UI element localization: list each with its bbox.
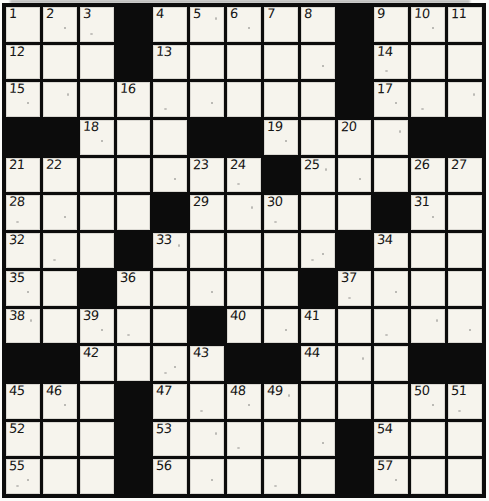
- cell-r3c6[interactable]: [190, 82, 224, 117]
- clue-number: 22: [45, 158, 62, 173]
- cell-r6c12[interactable]: 31: [411, 195, 445, 230]
- cell-r1c6[interactable]: 5: [190, 7, 224, 42]
- cell-r11c9[interactable]: [301, 384, 335, 419]
- cell-r13c4-block: [117, 459, 151, 494]
- cell-r11c11[interactable]: [374, 384, 408, 419]
- clue-number: 2: [45, 7, 54, 22]
- cell-r6c5-block: [153, 195, 187, 230]
- cell-r6c6[interactable]: 29: [190, 195, 224, 230]
- clue-number: 26: [414, 158, 430, 173]
- cell-r7c9[interactable]: [301, 233, 335, 268]
- cell-r11c6[interactable]: [190, 384, 224, 419]
- cell-r1c7[interactable]: 6: [227, 7, 261, 42]
- cell-r3c7[interactable]: [227, 82, 261, 117]
- cell-r4c10[interactable]: 20: [338, 120, 372, 155]
- cell-r3c2[interactable]: [43, 82, 77, 117]
- cell-r11c3[interactable]: [80, 384, 114, 419]
- cell-r2c13[interactable]: [448, 45, 482, 80]
- cell-r13c1[interactable]: 55: [6, 459, 40, 494]
- cell-r13c9[interactable]: [301, 459, 335, 494]
- clue-number: 39: [82, 309, 99, 324]
- cell-r9c2[interactable]: [43, 309, 77, 344]
- clue-number: 41: [303, 309, 320, 324]
- cell-r13c11[interactable]: 57: [374, 459, 408, 494]
- cell-r4c13-block: [448, 120, 482, 155]
- clue-number: 7: [266, 7, 275, 22]
- cell-r4c4[interactable]: [117, 120, 151, 155]
- cell-r2c9[interactable]: [301, 45, 335, 80]
- cell-r9c11[interactable]: [374, 309, 408, 344]
- cell-r1c8[interactable]: 7: [264, 7, 298, 42]
- cell-r13c5[interactable]: 56: [153, 459, 187, 494]
- cell-r2c10-block: [338, 45, 372, 80]
- cell-r1c5[interactable]: 4: [153, 7, 187, 42]
- cell-r5c4[interactable]: [117, 158, 151, 193]
- cell-r1c2[interactable]: 2: [43, 7, 77, 42]
- cell-r13c3[interactable]: [80, 459, 114, 494]
- cell-r6c1[interactable]: 28: [6, 195, 40, 230]
- clue-number: 54: [377, 421, 393, 436]
- cell-r4c8[interactable]: 19: [264, 120, 298, 155]
- cell-r5c5[interactable]: [153, 158, 187, 193]
- cell-r1c9[interactable]: 8: [301, 7, 335, 42]
- cell-r10c7-block: [227, 346, 261, 381]
- clue-number: 4: [156, 7, 165, 22]
- clue-number: 52: [8, 421, 25, 436]
- cell-r12c12[interactable]: [411, 422, 445, 457]
- cell-r2c6[interactable]: [190, 45, 224, 80]
- cell-r12c1[interactable]: 52: [6, 422, 40, 457]
- cell-r4c7-block: [227, 120, 261, 155]
- cell-r13c2[interactable]: [43, 459, 77, 494]
- cell-r6c10[interactable]: [338, 195, 372, 230]
- cell-r3c1[interactable]: 15: [6, 82, 40, 117]
- cell-r13c12[interactable]: [411, 459, 445, 494]
- clue-number: 37: [340, 271, 357, 286]
- cell-r6c2[interactable]: [43, 195, 77, 230]
- cell-r3c10-block: [338, 82, 372, 117]
- clue-number: 33: [156, 233, 173, 248]
- clue-number: 17: [377, 82, 393, 97]
- clue-number: 55: [9, 459, 25, 474]
- cell-r1c1[interactable]: 1: [6, 7, 40, 42]
- cell-r3c11[interactable]: 17: [374, 82, 408, 117]
- cell-r11c4-block: [117, 384, 151, 419]
- cell-r3c5[interactable]: [153, 82, 187, 117]
- cell-r9c9[interactable]: 41: [301, 309, 335, 344]
- cell-r9c12[interactable]: [411, 309, 445, 344]
- cell-r5c3[interactable]: [80, 158, 114, 193]
- cell-r12c11[interactable]: 54: [374, 422, 408, 457]
- clue-number: 12: [8, 45, 25, 60]
- cell-r1c11[interactable]: 9: [374, 7, 408, 42]
- cell-r7c11[interactable]: 34: [374, 233, 408, 268]
- cell-r7c8[interactable]: [264, 233, 298, 268]
- cell-r12c7[interactable]: [227, 422, 261, 457]
- clue-number: 14: [377, 45, 394, 60]
- cell-r8c3-block: [80, 271, 114, 306]
- cell-r4c5[interactable]: [153, 120, 187, 155]
- cell-r5c8-block: [264, 158, 298, 193]
- cell-r2c5[interactable]: 13: [153, 45, 187, 80]
- cell-r6c13[interactable]: [448, 195, 482, 230]
- cell-r4c3[interactable]: 18: [80, 120, 114, 155]
- clue-number: 45: [8, 384, 25, 399]
- cell-r13c7[interactable]: [227, 459, 261, 494]
- cell-r6c8[interactable]: 30: [264, 195, 298, 230]
- cell-r12c3[interactable]: [80, 422, 114, 457]
- cell-r4c2-block: [43, 120, 77, 155]
- cell-r1c10-block: [338, 7, 372, 42]
- clue-number: 47: [156, 384, 173, 399]
- clue-number: 43: [193, 346, 210, 361]
- clue-number: 36: [119, 271, 136, 286]
- cell-r7c4-block: [117, 233, 151, 268]
- cell-r11c13[interactable]: 51: [448, 384, 482, 419]
- clue-number: 40: [229, 308, 246, 323]
- clue-number: 53: [156, 421, 172, 436]
- cell-r12c9[interactable]: [301, 422, 335, 457]
- cell-r8c9-block: [301, 271, 335, 306]
- cell-r6c11-block: [374, 195, 408, 230]
- cell-r9c3[interactable]: 39: [80, 309, 114, 344]
- cell-r8c6[interactable]: [190, 271, 224, 306]
- cell-r10c9[interactable]: 44: [301, 346, 335, 381]
- clue-number: 16: [119, 82, 136, 97]
- cell-r1c3[interactable]: 3: [80, 7, 114, 42]
- cell-r8c8[interactable]: [264, 271, 298, 306]
- clue-number: 21: [8, 158, 25, 173]
- clue-number: 6: [230, 7, 239, 22]
- cell-r10c8-block: [264, 346, 298, 381]
- crossword-grid: 1234567891011121314151617181920212223242…: [2, 3, 486, 498]
- cell-r5c1[interactable]: 21: [6, 158, 40, 193]
- cell-r10c13-block: [448, 346, 482, 381]
- cell-r8c2[interactable]: [43, 271, 77, 306]
- cell-r3c13[interactable]: [448, 82, 482, 117]
- cell-r3c4[interactable]: 16: [117, 82, 151, 117]
- cell-r9c8[interactable]: [264, 309, 298, 344]
- cell-r8c1[interactable]: 35: [6, 271, 40, 306]
- clue-number: 25: [303, 158, 319, 173]
- crossword-puzzle-page: 1234567891011121314151617181920212223242…: [0, 0, 489, 501]
- clue-number: 32: [9, 233, 25, 248]
- clue-number: 46: [45, 384, 62, 399]
- cell-r11c1[interactable]: 45: [6, 384, 40, 419]
- cell-r2c3[interactable]: [80, 45, 114, 80]
- cell-r10c4[interactable]: [117, 346, 151, 381]
- cell-r10c10[interactable]: [338, 346, 372, 381]
- cell-r5c9[interactable]: 25: [301, 158, 335, 193]
- clue-number: 35: [8, 271, 25, 286]
- clue-number: 19: [266, 120, 283, 135]
- cell-r3c12[interactable]: [411, 82, 445, 117]
- cell-r3c8[interactable]: [264, 82, 298, 117]
- cell-r6c7[interactable]: [227, 195, 261, 230]
- cell-r8c13[interactable]: [448, 271, 482, 306]
- cell-r13c8[interactable]: [264, 459, 298, 494]
- clue-number: 3: [82, 7, 91, 22]
- cell-r13c13[interactable]: [448, 459, 482, 494]
- cell-r10c2-block: [43, 346, 77, 381]
- cell-r12c5[interactable]: 53: [153, 422, 187, 457]
- cell-r6c4[interactable]: [117, 195, 151, 230]
- cell-r8c5[interactable]: [153, 271, 187, 306]
- cell-r5c7[interactable]: 24: [227, 158, 261, 193]
- cell-r1c13[interactable]: 11: [448, 7, 482, 42]
- cell-r8c11[interactable]: [374, 271, 408, 306]
- clue-number: 10: [414, 7, 431, 22]
- cell-r12c8[interactable]: [264, 422, 298, 457]
- cell-r8c4[interactable]: 36: [117, 271, 151, 306]
- cell-r10c5[interactable]: [153, 346, 187, 381]
- clue-number: 57: [377, 459, 394, 474]
- cell-r4c1-block: [6, 120, 40, 155]
- clue-number: 51: [451, 384, 468, 399]
- clue-number: 9: [377, 7, 386, 22]
- cell-r2c7[interactable]: [227, 45, 261, 80]
- cell-r6c9[interactable]: [301, 195, 335, 230]
- cell-r7c1[interactable]: 32: [6, 233, 40, 268]
- clue-number: 8: [303, 7, 312, 22]
- cell-r6c3[interactable]: [80, 195, 114, 230]
- cell-r9c7[interactable]: 40: [227, 309, 261, 344]
- cell-r7c13[interactable]: [448, 233, 482, 268]
- cell-r12c13[interactable]: [448, 422, 482, 457]
- cell-r12c10-block: [338, 422, 372, 457]
- clue-number: 50: [414, 384, 430, 399]
- cell-r5c13[interactable]: 27: [448, 158, 482, 193]
- clue-number: 18: [82, 120, 99, 135]
- cell-r5c10[interactable]: [338, 158, 372, 193]
- cell-r10c6[interactable]: 43: [190, 346, 224, 381]
- cell-r9c1[interactable]: 38: [6, 309, 40, 344]
- cell-r7c5[interactable]: 33: [153, 233, 187, 268]
- cell-r7c10-block: [338, 233, 372, 268]
- cell-r2c11[interactable]: 14: [374, 45, 408, 80]
- cell-r2c4-block: [117, 45, 151, 80]
- cell-r11c5[interactable]: 47: [153, 384, 187, 419]
- cell-r4c6-block: [190, 120, 224, 155]
- clue-number: 42: [82, 346, 99, 361]
- clue-number: 13: [156, 45, 173, 60]
- cell-r8c10[interactable]: 37: [338, 271, 372, 306]
- clue-number: 29: [193, 195, 210, 210]
- cell-r1c12[interactable]: 10: [411, 7, 445, 42]
- cell-r5c6[interactable]: 23: [190, 158, 224, 193]
- cell-r9c10[interactable]: [338, 309, 372, 344]
- cell-r3c9[interactable]: [301, 82, 335, 117]
- cell-r7c3[interactable]: [80, 233, 114, 268]
- clue-number: 44: [303, 346, 320, 361]
- clue-number: 20: [340, 120, 356, 135]
- cell-r5c11[interactable]: [374, 158, 408, 193]
- cell-r11c2[interactable]: 46: [43, 384, 77, 419]
- cell-r10c11[interactable]: [374, 346, 408, 381]
- cell-r11c8[interactable]: 49: [264, 384, 298, 419]
- clue-number: 38: [8, 308, 25, 323]
- cell-r2c1[interactable]: 12: [6, 45, 40, 80]
- cell-r2c2[interactable]: [43, 45, 77, 80]
- clue-number: 28: [8, 195, 25, 210]
- cell-r8c12[interactable]: [411, 271, 445, 306]
- cell-r13c6[interactable]: [190, 459, 224, 494]
- clue-number: 24: [230, 158, 247, 173]
- cell-r10c1-block: [6, 346, 40, 381]
- cell-r7c7[interactable]: [227, 233, 261, 268]
- cell-r2c8[interactable]: [264, 45, 298, 80]
- cell-r13c10-block: [338, 459, 372, 494]
- cell-r4c9[interactable]: [301, 120, 335, 155]
- cell-r7c12[interactable]: [411, 233, 445, 268]
- clue-number: 15: [8, 82, 25, 97]
- cell-r7c6[interactable]: [190, 233, 224, 268]
- clue-number: 11: [451, 7, 467, 22]
- cell-r9c4[interactable]: [117, 309, 151, 344]
- cell-r4c12-block: [411, 120, 445, 155]
- clue-number: 27: [451, 158, 468, 173]
- cell-r4c11[interactable]: [374, 120, 408, 155]
- cell-r10c12-block: [411, 346, 445, 381]
- clue-number: 5: [193, 7, 202, 22]
- clue-number: 34: [377, 233, 394, 248]
- clue-number: 56: [156, 459, 173, 474]
- cell-r3c3[interactable]: [80, 82, 114, 117]
- cell-r9c6-block: [190, 309, 224, 344]
- cell-r10c3[interactable]: 42: [80, 346, 114, 381]
- clue-number: 31: [414, 195, 431, 210]
- cell-r12c2[interactable]: [43, 422, 77, 457]
- cell-r9c5[interactable]: [153, 309, 187, 344]
- clue-number: 1: [9, 7, 18, 22]
- cell-r1c4-block: [117, 7, 151, 42]
- cell-r2c12[interactable]: [411, 45, 445, 80]
- cell-r12c4-block: [117, 422, 151, 457]
- cell-r5c2[interactable]: 22: [43, 158, 77, 193]
- cell-r12c6[interactable]: [190, 422, 224, 457]
- cell-r11c10[interactable]: [338, 384, 372, 419]
- clue-number: 30: [267, 195, 283, 210]
- cell-r11c12[interactable]: 50: [411, 384, 445, 419]
- clue-number: 23: [193, 158, 209, 173]
- cell-r7c2[interactable]: [43, 233, 77, 268]
- clue-number: 49: [266, 384, 283, 399]
- clue-number: 48: [230, 384, 247, 399]
- cell-r8c7[interactable]: [227, 271, 261, 306]
- cell-r11c7[interactable]: 48: [227, 384, 261, 419]
- cell-r9c13[interactable]: [448, 309, 482, 344]
- cell-r5c12[interactable]: 26: [411, 158, 445, 193]
